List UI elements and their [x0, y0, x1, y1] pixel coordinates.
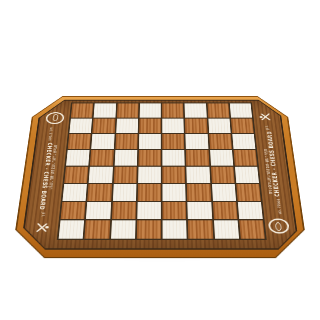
board-square[interactable] — [188, 202, 212, 219]
board-square[interactable] — [86, 202, 111, 219]
board-square[interactable] — [210, 150, 233, 166]
board-square[interactable] — [209, 134, 232, 149]
board-square[interactable] — [139, 103, 160, 117]
board-square[interactable] — [69, 118, 92, 132]
board-square[interactable] — [94, 103, 116, 117]
board-square[interactable] — [213, 202, 238, 219]
board-grid — [57, 103, 267, 240]
board-square[interactable] — [137, 202, 161, 219]
board-square[interactable] — [188, 221, 213, 239]
crossed-rackets-icon — [32, 221, 50, 234]
crossed-rackets-icon — [257, 112, 273, 122]
board-square[interactable] — [162, 150, 185, 166]
board-square[interactable] — [71, 103, 93, 117]
board-square[interactable] — [186, 150, 209, 166]
board-square[interactable] — [115, 134, 137, 149]
brand-roundel-icon — [267, 219, 289, 234]
board-square[interactable] — [211, 167, 235, 183]
board-square[interactable] — [208, 118, 230, 132]
board-square[interactable] — [91, 134, 114, 149]
board-square[interactable] — [214, 221, 239, 239]
model-number: NO. 77504 — [47, 127, 53, 140]
board-square[interactable] — [111, 221, 136, 239]
board-square[interactable] — [162, 184, 185, 201]
board-square[interactable] — [139, 118, 161, 132]
board-square[interactable] — [113, 167, 136, 183]
board-square[interactable] — [207, 103, 229, 117]
board-square[interactable] — [162, 134, 184, 149]
board-square[interactable] — [68, 134, 91, 149]
board-square[interactable] — [90, 150, 113, 166]
board-square[interactable] — [138, 167, 161, 183]
board-square[interactable] — [66, 150, 90, 166]
board-square[interactable] — [93, 118, 115, 132]
board-square[interactable] — [187, 184, 211, 201]
board-square[interactable] — [112, 202, 136, 219]
board-square[interactable] — [138, 150, 160, 166]
board-square[interactable] — [59, 221, 85, 239]
board-square[interactable] — [137, 184, 160, 201]
board-square[interactable] — [114, 150, 137, 166]
board-square[interactable] — [64, 167, 88, 183]
board-square[interactable] — [230, 103, 252, 117]
board-square[interactable] — [61, 202, 86, 219]
board-square[interactable] — [62, 184, 87, 201]
maker-mark: JFF. — [264, 125, 268, 129]
woodgrain-surface: กระดานหมากฮอส-หมากรุก NO. 77504 CHECKER … — [22, 101, 298, 249]
board-square[interactable] — [85, 221, 110, 239]
board-square[interactable] — [87, 184, 111, 201]
board-square[interactable] — [162, 202, 186, 219]
scene: กระดานหมากฮอส-หมากรุก NO. 77504 CHECKER … — [0, 25, 320, 315]
board-square[interactable] — [162, 118, 184, 132]
maker-mark: JFF. — [41, 212, 46, 217]
board-square[interactable] — [163, 221, 187, 239]
game-board-tray: กระดานหมากฮอส-หมากรุก NO. 77504 CHECKER … — [11, 96, 309, 258]
board-square[interactable] — [162, 103, 183, 117]
board-square[interactable] — [139, 134, 161, 149]
board-square[interactable] — [185, 103, 207, 117]
board-square[interactable] — [89, 167, 113, 183]
board-square[interactable] — [112, 184, 136, 201]
board-square[interactable] — [162, 167, 185, 183]
board-square[interactable] — [117, 103, 139, 117]
board-square[interactable] — [187, 167, 210, 183]
model-number: NO. 77504 — [276, 199, 282, 214]
board-square[interactable] — [116, 118, 138, 132]
board-square[interactable] — [186, 134, 209, 149]
wooden-frame: กระดานหมากฮอส-หมากรุก NO. 77504 CHECKER … — [13, 97, 307, 257]
board-square[interactable] — [137, 221, 161, 239]
board-square[interactable] — [185, 118, 207, 132]
board-square[interactable] — [212, 184, 236, 201]
brand-roundel-icon — [45, 112, 65, 124]
